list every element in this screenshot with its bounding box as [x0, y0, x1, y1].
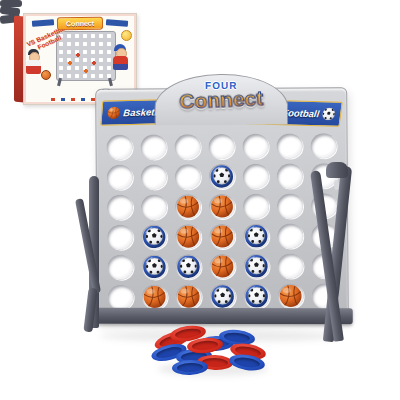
cell-r3c2[interactable] — [137, 191, 171, 221]
cell-r6c5[interactable] — [240, 281, 274, 311]
hole — [141, 224, 167, 249]
cell-r5c4[interactable] — [205, 251, 239, 281]
basketball-disc — [143, 285, 167, 308]
cell-r4c6[interactable] — [273, 220, 307, 250]
hole — [175, 254, 201, 279]
cell-r1c4[interactable] — [204, 131, 238, 161]
cell-r1c3[interactable] — [170, 131, 204, 161]
hole — [243, 193, 269, 218]
cell-r2c4[interactable] — [205, 161, 239, 191]
cell-r5c3[interactable] — [171, 251, 205, 281]
title-connect: Connect — [155, 85, 288, 115]
board-grid — [102, 130, 341, 312]
hole — [142, 284, 168, 309]
cell-r2c1[interactable] — [103, 162, 137, 192]
cell-r3c6[interactable] — [273, 190, 307, 220]
box-basketball-icon — [41, 70, 51, 80]
football-disc — [142, 255, 166, 278]
cell-r5c6[interactable] — [273, 250, 307, 280]
cell-r1c2[interactable] — [136, 131, 170, 161]
cell-r2c5[interactable] — [239, 161, 273, 191]
board-bottom-bar — [95, 308, 353, 324]
basketball-icon — [107, 106, 121, 119]
body — [26, 60, 41, 74]
box-title: Connect — [57, 17, 103, 31]
hole — [209, 163, 235, 188]
soccer-ball-icon — [321, 107, 336, 120]
right-stand-cap — [326, 162, 348, 178]
hole — [141, 164, 167, 189]
connect-four-board: FOUR Connect Basketball Football — [95, 87, 349, 323]
hole — [141, 254, 167, 279]
cell-r5c1[interactable] — [103, 252, 137, 282]
hole — [107, 134, 133, 159]
cell-r6c4[interactable] — [206, 281, 240, 311]
hole — [310, 133, 336, 158]
box-ribbon-left — [32, 19, 54, 27]
hole — [141, 134, 167, 159]
hole — [141, 194, 167, 219]
basketball-disc — [176, 225, 200, 248]
cell-r1c7[interactable] — [306, 130, 340, 160]
cell-r5c5[interactable] — [239, 251, 273, 281]
hole — [108, 284, 134, 309]
hole — [107, 224, 133, 249]
hole — [276, 133, 302, 158]
basketball-disc — [279, 284, 303, 307]
box-badge — [121, 30, 132, 41]
hole — [107, 254, 133, 279]
cell-r5c2[interactable] — [137, 251, 171, 281]
cell-r3c5[interactable] — [239, 191, 273, 221]
football-disc — [176, 255, 200, 278]
cell-r4c3[interactable] — [171, 221, 205, 251]
hole — [243, 133, 269, 158]
hole — [176, 284, 202, 309]
hole — [210, 283, 236, 308]
basketball-disc — [176, 195, 200, 218]
basketball-disc — [177, 285, 201, 308]
box-ribbon-right — [106, 19, 128, 27]
cell-r4c4[interactable] — [205, 221, 239, 251]
football-disc — [244, 224, 268, 247]
cell-r3c4[interactable] — [205, 191, 239, 221]
hole — [107, 164, 133, 189]
hole — [277, 223, 303, 248]
cell-r1c5[interactable] — [238, 131, 272, 161]
cell-r2c6[interactable] — [273, 160, 307, 190]
hole — [244, 283, 270, 308]
hole — [278, 283, 304, 308]
hole — [209, 223, 235, 248]
hole — [277, 253, 303, 278]
cell-r1c6[interactable] — [272, 130, 306, 160]
cell-r4c2[interactable] — [137, 221, 171, 251]
hole — [277, 193, 303, 218]
product-photo: Connect VS Basketball Football — [0, 0, 400, 400]
hole — [175, 224, 201, 249]
cell-r3c1[interactable] — [103, 192, 137, 222]
cell-r6c6[interactable] — [274, 280, 308, 310]
hole — [175, 194, 201, 219]
hole — [209, 193, 235, 218]
board-title-arch: FOUR Connect — [154, 74, 288, 126]
cell-r3c3[interactable] — [171, 191, 205, 221]
cell-r4c1[interactable] — [103, 222, 137, 252]
hole — [243, 163, 269, 188]
right-stand-hole — [334, 180, 339, 190]
football-disc — [142, 225, 166, 248]
football-disc — [244, 254, 268, 277]
hole — [175, 134, 201, 159]
football-disc — [211, 284, 235, 307]
hole — [107, 194, 133, 219]
box-art-stand — [54, 78, 116, 86]
hole — [243, 253, 269, 278]
hole — [209, 253, 235, 278]
cell-r6c3[interactable] — [172, 281, 206, 311]
body — [113, 56, 128, 70]
box-character-football-boy — [112, 42, 134, 80]
hole — [209, 133, 235, 158]
basketball-disc — [210, 194, 234, 217]
football-disc — [245, 284, 269, 307]
cell-r1c1[interactable] — [102, 132, 136, 162]
cell-r2c3[interactable] — [171, 161, 205, 191]
football-disc — [210, 164, 234, 187]
cell-r4c5[interactable] — [239, 221, 273, 251]
basketball-disc — [210, 224, 234, 247]
basketball-disc — [210, 254, 234, 277]
hole — [277, 163, 303, 188]
hole — [243, 223, 269, 248]
hole — [175, 164, 201, 189]
cell-r2c2[interactable] — [137, 161, 171, 191]
